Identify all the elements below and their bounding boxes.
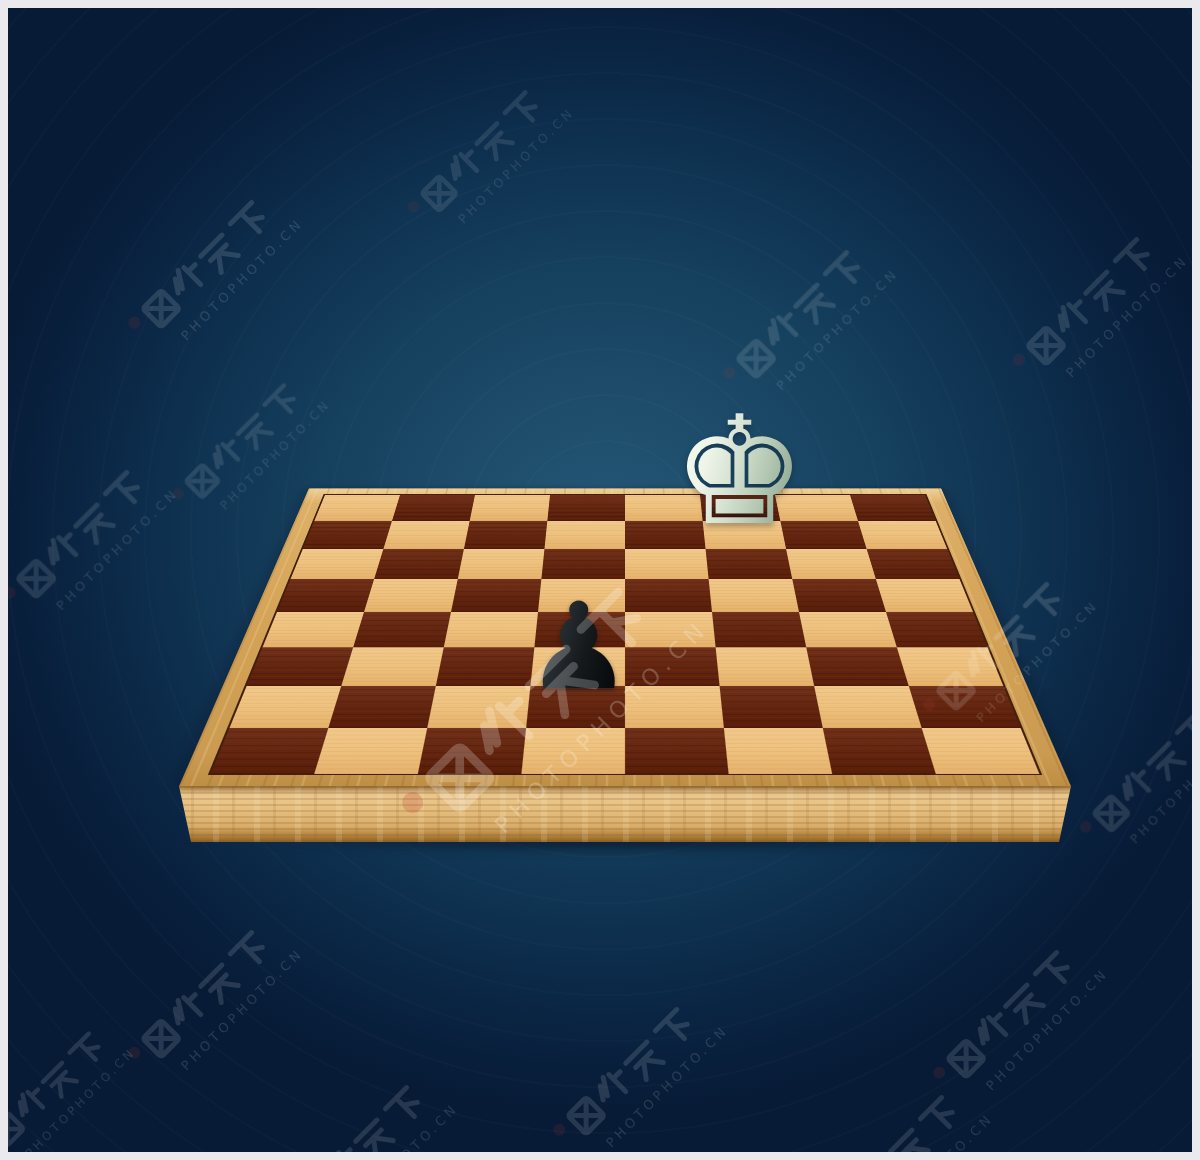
watermark-domain-text: PHOTOPHOTO.CN [603,1001,752,1150]
square-b7 [383,521,469,549]
square-c6 [458,549,545,579]
watermark-logo-icon [721,364,738,381]
watermark-logo-icon [931,1064,948,1081]
watermark-brand-cn-icon [164,368,317,521]
watermark-brand-cn [714,209,911,406]
page-background: { "artwork": { "type": "stock illustrati… [0,0,1200,1160]
square-f2 [720,686,823,728]
square-a8 [314,495,400,521]
square-b2 [328,686,435,728]
square-g5 [792,579,886,612]
watermark-tile: PHOTOPHOTO.CN [1004,196,1192,405]
white-king-piece: ♚ [672,396,806,546]
watermark-domain-text: PHOTOPHOTO.CN [178,924,327,1073]
square-b3 [341,647,443,685]
watermark-brand-cn [1071,671,1192,858]
square-b1 [314,728,427,774]
watermark-brand-cn [924,909,1121,1106]
watermark-brand-cn [809,1054,1006,1152]
watermark-domain-text: PHOTOPHOTO.CN [455,85,597,227]
square-a5 [277,579,374,612]
square-a4 [262,612,364,647]
square-e2 [625,686,724,728]
watermark-domain-text: PHOTOPHOTO.CN [868,1089,1017,1152]
watermark-domain-text: PHOTOPHOTO.CN [178,194,327,343]
watermark-logo-icon [126,314,143,331]
square-g2 [814,686,921,728]
square-h3 [897,647,1003,685]
watermark-domain-text: PHOTOPHOTO.CN [983,944,1132,1093]
watermark-logo-icon [170,486,185,501]
watermark-tile: PHOTOPHOTO.CN [119,159,328,368]
square-d7 [544,521,625,549]
watermark-brand-cn [274,1044,471,1152]
watermark-domain-text: PHOTOPHOTO.CN [333,1079,482,1152]
square-h4 [886,612,988,647]
square-h6 [867,549,960,579]
watermark-tile: PHOTOPHOTO.CN [544,966,753,1152]
artwork-canvas: ♚♟ PHOTOPHOTO.CNPHOTOPHOTO.CNPHOTOPHOTO.… [8,8,1192,1152]
watermark-tile: PHOTOPHOTO.CN [1071,671,1192,869]
square-a6 [290,549,383,579]
watermark-domain-text: PHOTOPHOTO.CN [1063,231,1192,380]
square-h2 [909,686,1021,728]
watermark-brand-cn-icon [274,1068,444,1152]
watermark-brand-cn [399,51,586,238]
watermark-brand-cn-icon [1071,694,1192,855]
square-a1 [211,728,329,774]
watermark-tile: PHOTOPHOTO.CN [809,1054,1018,1152]
square-c7 [464,521,547,549]
watermark-tile: PHOTOPHOTO.CN [274,1044,483,1152]
watermark-brand-cn-icon [924,933,1094,1103]
square-h8 [850,495,936,521]
watermark-brand-cn-icon [8,453,163,623]
watermark-brand-cn [8,429,190,626]
square-a3 [247,647,353,685]
square-f3 [716,647,815,685]
black-pawn-piece: ♟ [525,587,633,707]
square-c3 [436,647,535,685]
square-b8 [392,495,475,521]
watermark-brand-cn-icon [544,990,714,1152]
square-g4 [799,612,897,647]
watermark-logo-icon [1078,819,1094,835]
watermark-brand-cn [1004,196,1192,393]
square-f1 [724,728,832,774]
square-c2 [427,686,530,728]
watermark-tile: PHOTOPHOTO.CN [8,994,157,1152]
watermark-brand-cn-icon [1004,220,1174,390]
square-f4 [712,612,806,647]
square-b5 [364,579,458,612]
watermark-tile: PHOTOPHOTO.CN [119,889,328,1098]
watermark-domain-text: PHOTOPHOTO.CN [1127,705,1192,847]
square-e1 [625,728,729,774]
watermark-logo-icon [551,1121,568,1138]
square-c8 [470,495,550,521]
square-a2 [229,686,341,728]
watermark-domain-text: PHOTOPHOTO.CN [773,244,922,393]
square-e5 [625,579,712,612]
square-g1 [823,728,936,774]
square-g3 [806,647,908,685]
square-b4 [353,612,451,647]
watermark-brand-cn [119,889,316,1086]
watermark-brand-cn-icon [119,913,289,1083]
square-d6 [541,549,625,579]
watermark-tile: PHOTOPHOTO.CN [399,51,597,249]
watermark-domain-text: PHOTOPHOTO.CN [23,1026,157,1152]
square-a7 [303,521,392,549]
square-b6 [374,549,464,579]
watermark-logo-icon [406,199,422,215]
square-d1 [521,728,625,774]
square-h1 [922,728,1040,774]
watermark-brand-cn [8,994,146,1152]
watermark-brand-cn-icon [119,183,289,353]
watermark-tile: PHOTOPHOTO.CN [924,909,1133,1118]
square-c4 [444,612,538,647]
watermark-logo-icon [126,1044,143,1061]
watermark-brand-cn-icon [8,1016,122,1152]
square-h7 [858,521,947,549]
watermark-brand-cn [544,966,741,1152]
watermark-domain-text: PHOTOPHOTO.CN [53,464,202,613]
square-e4 [625,612,716,647]
watermark-logo-icon [8,584,18,601]
square-d8 [547,495,625,521]
square-c1 [418,728,526,774]
square-h5 [876,579,973,612]
watermark-brand-cn-icon [809,1078,979,1152]
watermark-brand-cn [119,159,316,356]
square-e3 [625,647,720,685]
square-f5 [709,579,799,612]
watermark-logo-icon [1011,351,1028,368]
watermark-brand-cn-icon [714,233,884,403]
watermark-brand-cn-icon [399,74,560,235]
watermark-tile: PHOTOPHOTO.CN [8,429,202,638]
